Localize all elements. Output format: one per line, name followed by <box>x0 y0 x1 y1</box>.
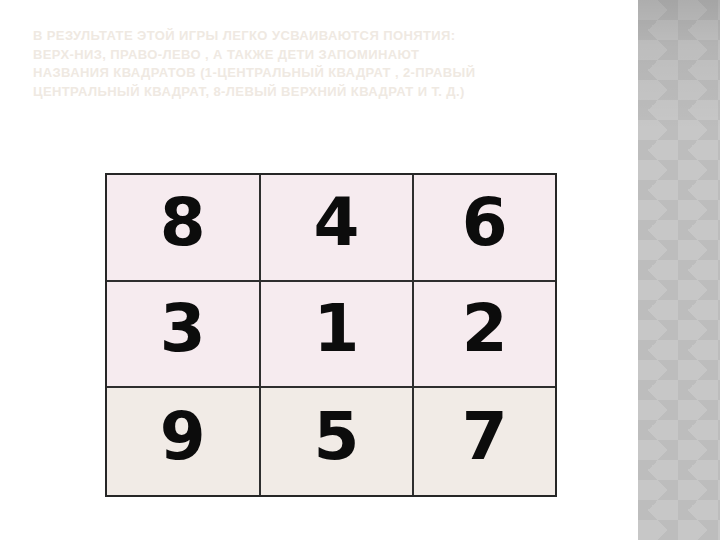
grid-cell-r2c3: 2 <box>414 282 555 389</box>
grid-cell-r2c1: 3 <box>107 282 261 389</box>
grid-cell-r2c2: 1 <box>261 282 415 389</box>
grid-cell-r3c1: 9 <box>107 388 261 495</box>
grid-cell-r1c2: 4 <box>261 175 415 282</box>
grid-cell-r3c3: 7 <box>414 388 555 495</box>
grid-cell-r3c2: 5 <box>261 388 415 495</box>
slide-title: В РЕЗУЛЬТАТЕ ЭТОЙ ИГРЫ ЛЕГКО УСВАИВАЮТСЯ… <box>33 27 613 101</box>
title-line-2: ВЕРХ-НИЗ, ПРАВО-ЛЕВО , А ТАКЖЕ ДЕТИ ЗАПО… <box>33 46 613 65</box>
title-line-3: НАЗВАНИЯ КВАДРАТОВ (1-ЦЕНТРАЛЬНЫЙ КВАДРА… <box>33 64 613 83</box>
number-grid: 8 4 6 3 1 2 9 5 7 <box>105 173 557 497</box>
diamond-pattern-sidebar <box>638 0 720 540</box>
presentation-slide: В РЕЗУЛЬТАТЕ ЭТОЙ ИГРЫ ЛЕГКО УСВАИВАЮТСЯ… <box>0 0 720 540</box>
title-line-1: В РЕЗУЛЬТАТЕ ЭТОЙ ИГРЫ ЛЕГКО УСВАИВАЮТСЯ… <box>33 27 613 46</box>
grid-cell-r1c1: 8 <box>107 175 261 282</box>
title-line-4: ЦЕНТРАЛЬНЫЙ КВАДРАТ, 8-ЛЕВЫЙ ВЕРХНИЙ КВА… <box>33 83 613 102</box>
grid-cell-r1c3: 6 <box>414 175 555 282</box>
